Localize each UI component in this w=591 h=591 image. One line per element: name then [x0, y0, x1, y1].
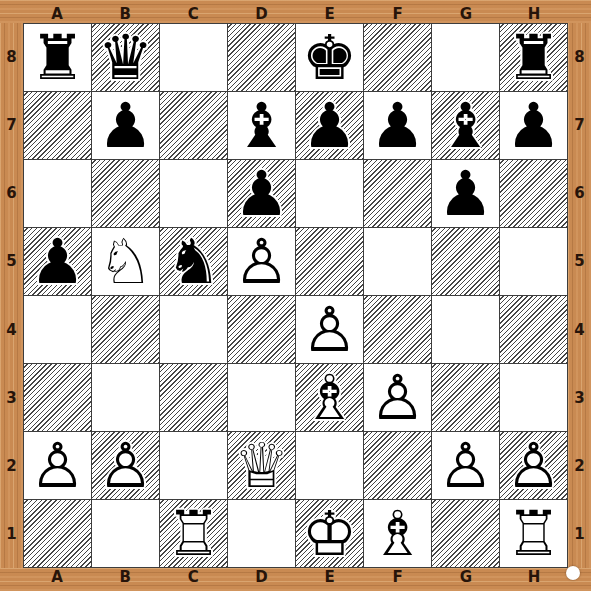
- square-a2[interactable]: ♟♙: [24, 432, 91, 499]
- square-c4[interactable]: [160, 296, 227, 363]
- black-pawn: ♟: [296, 92, 363, 159]
- white-rook: ♖: [160, 500, 227, 567]
- white-queen: ♕: [228, 432, 295, 499]
- square-d3[interactable]: [228, 364, 295, 431]
- square-g8[interactable]: [432, 24, 499, 91]
- square-b7[interactable]: ♟: [92, 92, 159, 159]
- square-h6[interactable]: [500, 160, 567, 227]
- white-rook: ♖: [500, 500, 567, 567]
- rank-labels-left: 87654321: [0, 23, 23, 568]
- rank-label-8: 8: [568, 23, 591, 91]
- white-knight-fill: ♞: [92, 228, 159, 295]
- white-king-fill: ♚: [296, 500, 363, 567]
- white-bishop-fill: ♝: [296, 364, 363, 431]
- white-pawn-fill: ♟: [92, 432, 159, 499]
- square-a1[interactable]: [24, 500, 91, 567]
- square-a5[interactable]: ♟: [24, 228, 91, 295]
- square-b2[interactable]: ♟♙: [92, 432, 159, 499]
- black-king: ♚: [296, 24, 363, 91]
- file-label-c: C: [159, 0, 227, 23]
- square-a8[interactable]: ♜: [24, 24, 91, 91]
- square-d1[interactable]: [228, 500, 295, 567]
- file-label-b: B: [91, 0, 159, 23]
- black-bishop: ♝: [228, 92, 295, 159]
- white-to-move-indicator: [566, 566, 580, 580]
- file-label-g: G: [432, 0, 500, 23]
- black-rook: ♜: [500, 24, 567, 91]
- white-bishop: ♗: [364, 500, 431, 567]
- file-label-b: B: [91, 568, 159, 591]
- square-d4[interactable]: [228, 296, 295, 363]
- file-label-a: A: [23, 0, 91, 23]
- white-bishop: ♗: [296, 364, 363, 431]
- rank-label-7: 7: [568, 91, 591, 159]
- rank-labels-right: 87654321: [568, 23, 591, 568]
- rank-label-3: 3: [568, 364, 591, 432]
- white-pawn-fill: ♟: [500, 432, 567, 499]
- file-label-d: D: [227, 0, 295, 23]
- square-g3[interactable]: [432, 364, 499, 431]
- square-f1[interactable]: ♝♗: [364, 500, 431, 567]
- white-pawn-fill: ♟: [24, 432, 91, 499]
- black-pawn: ♟: [432, 160, 499, 227]
- file-label-g: G: [432, 568, 500, 591]
- black-pawn: ♟: [500, 92, 567, 159]
- square-g5[interactable]: [432, 228, 499, 295]
- black-knight: ♞: [160, 228, 227, 295]
- file-label-f: F: [364, 0, 432, 23]
- square-f5[interactable]: [364, 228, 431, 295]
- white-knight: ♘: [92, 228, 159, 295]
- square-g7[interactable]: ♝: [432, 92, 499, 159]
- rank-label-6: 6: [0, 159, 23, 227]
- square-c5[interactable]: ♞: [160, 228, 227, 295]
- square-d2[interactable]: ♛♕: [228, 432, 295, 499]
- black-queen: ♛: [92, 24, 159, 91]
- square-e2[interactable]: [296, 432, 363, 499]
- rank-label-4: 4: [0, 296, 23, 364]
- square-b4[interactable]: [92, 296, 159, 363]
- file-label-a: A: [23, 568, 91, 591]
- square-c3[interactable]: [160, 364, 227, 431]
- square-e7[interactable]: ♟: [296, 92, 363, 159]
- square-h3[interactable]: [500, 364, 567, 431]
- square-f8[interactable]: [364, 24, 431, 91]
- white-bishop-fill: ♝: [364, 500, 431, 567]
- black-pawn: ♟: [364, 92, 431, 159]
- square-c7[interactable]: [160, 92, 227, 159]
- board: ♜♛♚♜♟♝♟♟♝♟♟♟♟♞♘♞♟♙♟♙♝♗♟♙♟♙♟♙♛♕♟♙♟♙♜♖♚♔♝♗…: [23, 23, 568, 568]
- rank-label-2: 2: [568, 432, 591, 500]
- white-pawn: ♙: [92, 432, 159, 499]
- square-g6[interactable]: ♟: [432, 160, 499, 227]
- rank-label-5: 5: [568, 227, 591, 295]
- square-d7[interactable]: ♝: [228, 92, 295, 159]
- black-pawn: ♟: [92, 92, 159, 159]
- white-pawn: ♙: [364, 364, 431, 431]
- white-pawn-fill: ♟: [228, 228, 295, 295]
- square-c1[interactable]: ♜♖: [160, 500, 227, 567]
- square-g2[interactable]: ♟♙: [432, 432, 499, 499]
- file-label-h: H: [500, 568, 568, 591]
- white-queen-fill: ♛: [228, 432, 295, 499]
- rank-label-7: 7: [0, 91, 23, 159]
- square-e4[interactable]: ♟♙: [296, 296, 363, 363]
- black-rook: ♜: [24, 24, 91, 91]
- white-pawn: ♙: [296, 296, 363, 363]
- white-pawn: ♙: [228, 228, 295, 295]
- square-e5[interactable]: [296, 228, 363, 295]
- white-rook-fill: ♜: [160, 500, 227, 567]
- rank-label-5: 5: [0, 227, 23, 295]
- square-d6[interactable]: ♟: [228, 160, 295, 227]
- white-pawn: ♙: [432, 432, 499, 499]
- square-f7[interactable]: ♟: [364, 92, 431, 159]
- file-label-e: E: [296, 0, 364, 23]
- square-h8[interactable]: ♜: [500, 24, 567, 91]
- black-bishop: ♝: [432, 92, 499, 159]
- square-g1[interactable]: [432, 500, 499, 567]
- square-f4[interactable]: [364, 296, 431, 363]
- file-label-d: D: [227, 568, 295, 591]
- file-label-f: F: [364, 568, 432, 591]
- square-a7[interactable]: [24, 92, 91, 159]
- square-a6[interactable]: [24, 160, 91, 227]
- square-c6[interactable]: [160, 160, 227, 227]
- file-label-h: H: [500, 0, 568, 23]
- rank-label-4: 4: [568, 296, 591, 364]
- white-pawn: ♙: [24, 432, 91, 499]
- white-pawn-fill: ♟: [432, 432, 499, 499]
- square-c2[interactable]: [160, 432, 227, 499]
- square-h2[interactable]: ♟♙: [500, 432, 567, 499]
- file-labels-top: ABCDEFGH: [23, 0, 568, 23]
- square-b5[interactable]: ♞♘: [92, 228, 159, 295]
- rank-label-3: 3: [0, 364, 23, 432]
- rank-label-6: 6: [568, 159, 591, 227]
- file-label-e: E: [296, 568, 364, 591]
- square-f3[interactable]: ♟♙: [364, 364, 431, 431]
- square-e1[interactable]: ♚♔: [296, 500, 363, 567]
- file-label-c: C: [159, 568, 227, 591]
- white-pawn-fill: ♟: [364, 364, 431, 431]
- square-a4[interactable]: [24, 296, 91, 363]
- rank-label-1: 1: [0, 500, 23, 568]
- rank-label-1: 1: [568, 500, 591, 568]
- square-d5[interactable]: ♟♙: [228, 228, 295, 295]
- square-e8[interactable]: ♚: [296, 24, 363, 91]
- black-pawn: ♟: [24, 228, 91, 295]
- file-labels-bottom: ABCDEFGH: [23, 568, 568, 591]
- black-pawn: ♟: [228, 160, 295, 227]
- square-f2[interactable]: [364, 432, 431, 499]
- square-h4[interactable]: [500, 296, 567, 363]
- rank-label-2: 2: [0, 432, 23, 500]
- square-b6[interactable]: [92, 160, 159, 227]
- chess-diagram: ABCDEFGH ABCDEFGH 87654321 87654321 ♜♛♚♜…: [0, 0, 591, 591]
- square-f6[interactable]: [364, 160, 431, 227]
- square-g4[interactable]: [432, 296, 499, 363]
- rank-label-8: 8: [0, 23, 23, 91]
- white-pawn: ♙: [500, 432, 567, 499]
- square-a3[interactable]: [24, 364, 91, 431]
- white-rook-fill: ♜: [500, 500, 567, 567]
- square-e6[interactable]: [296, 160, 363, 227]
- square-h5[interactable]: [500, 228, 567, 295]
- white-king: ♔: [296, 500, 363, 567]
- square-b1[interactable]: [92, 500, 159, 567]
- square-c8[interactable]: [160, 24, 227, 91]
- square-b3[interactable]: [92, 364, 159, 431]
- square-e3[interactable]: ♝♗: [296, 364, 363, 431]
- square-h7[interactable]: ♟: [500, 92, 567, 159]
- square-d8[interactable]: [228, 24, 295, 91]
- white-pawn-fill: ♟: [296, 296, 363, 363]
- square-h1[interactable]: ♜♖: [500, 500, 567, 567]
- square-b8[interactable]: ♛: [92, 24, 159, 91]
